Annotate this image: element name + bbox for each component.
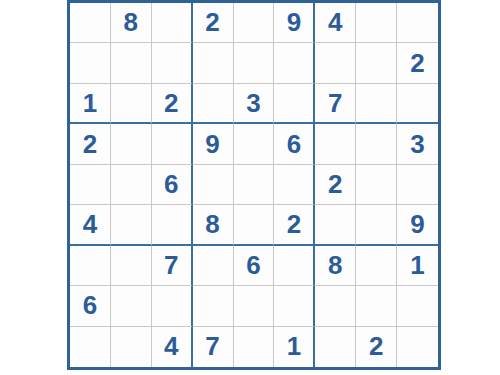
- cell-r6c2[interactable]: [111, 205, 152, 245]
- cell-r1c7[interactable]: 4: [315, 3, 356, 43]
- cell-r9c4[interactable]: 7: [193, 327, 234, 367]
- cell-r6c6[interactable]: 2: [274, 205, 315, 245]
- cell-r9c1[interactable]: [70, 327, 111, 367]
- cell-r7c3[interactable]: 7: [152, 246, 193, 286]
- cell-r6c1[interactable]: 4: [70, 205, 111, 245]
- cell-r3c4[interactable]: [193, 84, 234, 124]
- cell-r4c1[interactable]: 2: [70, 124, 111, 164]
- cell-r5c3[interactable]: 6: [152, 165, 193, 205]
- cell-r9c7[interactable]: [315, 327, 356, 367]
- sudoku-board: 8294212372963624829768164712: [67, 0, 441, 370]
- cell-r4c9[interactable]: 3: [397, 124, 438, 164]
- cell-r8c2[interactable]: [111, 286, 152, 326]
- sudoku-screen: 8294212372963624829768164712: [0, 0, 500, 375]
- cell-r8c4[interactable]: [193, 286, 234, 326]
- cell-r1c5[interactable]: [234, 3, 275, 43]
- cell-r4c5[interactable]: [234, 124, 275, 164]
- cell-r9c6[interactable]: 1: [274, 327, 315, 367]
- cell-r6c9[interactable]: 9: [397, 205, 438, 245]
- cell-r3c5[interactable]: 3: [234, 84, 275, 124]
- cell-r2c9[interactable]: 2: [397, 43, 438, 83]
- cell-r4c4[interactable]: 9: [193, 124, 234, 164]
- cell-r3c3[interactable]: 2: [152, 84, 193, 124]
- cell-r9c9[interactable]: [397, 327, 438, 367]
- cell-r1c4[interactable]: 2: [193, 3, 234, 43]
- cell-r8c7[interactable]: [315, 286, 356, 326]
- cell-r6c4[interactable]: 8: [193, 205, 234, 245]
- cell-r1c1[interactable]: [70, 3, 111, 43]
- cell-r2c5[interactable]: [234, 43, 275, 83]
- cell-r7c5[interactable]: 6: [234, 246, 275, 286]
- cell-r8c9[interactable]: [397, 286, 438, 326]
- cell-r7c7[interactable]: 8: [315, 246, 356, 286]
- cell-r9c3[interactable]: 4: [152, 327, 193, 367]
- cell-r5c6[interactable]: [274, 165, 315, 205]
- cell-r6c3[interactable]: [152, 205, 193, 245]
- cell-r7c9[interactable]: 1: [397, 246, 438, 286]
- cell-r1c8[interactable]: [356, 3, 397, 43]
- cell-r5c2[interactable]: [111, 165, 152, 205]
- cell-r3c1[interactable]: 1: [70, 84, 111, 124]
- cell-r2c6[interactable]: [274, 43, 315, 83]
- cell-r1c2[interactable]: 8: [111, 3, 152, 43]
- cell-r8c6[interactable]: [274, 286, 315, 326]
- cell-r7c2[interactable]: [111, 246, 152, 286]
- cell-r7c1[interactable]: [70, 246, 111, 286]
- cell-r1c9[interactable]: [397, 3, 438, 43]
- cell-r2c1[interactable]: [70, 43, 111, 83]
- cell-r4c6[interactable]: 6: [274, 124, 315, 164]
- cell-r3c6[interactable]: [274, 84, 315, 124]
- cell-r3c9[interactable]: [397, 84, 438, 124]
- cell-r3c2[interactable]: [111, 84, 152, 124]
- cell-r2c3[interactable]: [152, 43, 193, 83]
- cell-r5c8[interactable]: [356, 165, 397, 205]
- cell-r9c5[interactable]: [234, 327, 275, 367]
- cell-r2c8[interactable]: [356, 43, 397, 83]
- cell-r4c3[interactable]: [152, 124, 193, 164]
- cell-r5c7[interactable]: 2: [315, 165, 356, 205]
- cell-r5c4[interactable]: [193, 165, 234, 205]
- cell-r4c7[interactable]: [315, 124, 356, 164]
- cell-r8c5[interactable]: [234, 286, 275, 326]
- cell-r2c4[interactable]: [193, 43, 234, 83]
- cell-r5c5[interactable]: [234, 165, 275, 205]
- cell-r8c1[interactable]: 6: [70, 286, 111, 326]
- cell-r8c3[interactable]: [152, 286, 193, 326]
- cell-r7c8[interactable]: [356, 246, 397, 286]
- cell-r4c2[interactable]: [111, 124, 152, 164]
- cell-r1c3[interactable]: [152, 3, 193, 43]
- cell-r7c4[interactable]: [193, 246, 234, 286]
- cell-r9c8[interactable]: 2: [356, 327, 397, 367]
- cell-r6c5[interactable]: [234, 205, 275, 245]
- cell-r7c6[interactable]: [274, 246, 315, 286]
- cell-r9c2[interactable]: [111, 327, 152, 367]
- cell-r3c8[interactable]: [356, 84, 397, 124]
- cell-r6c8[interactable]: [356, 205, 397, 245]
- cell-r1c6[interactable]: 9: [274, 3, 315, 43]
- cell-r5c1[interactable]: [70, 165, 111, 205]
- cell-r6c7[interactable]: [315, 205, 356, 245]
- cell-r8c8[interactable]: [356, 286, 397, 326]
- cell-r2c7[interactable]: [315, 43, 356, 83]
- cell-r2c2[interactable]: [111, 43, 152, 83]
- cell-r5c9[interactable]: [397, 165, 438, 205]
- cell-r3c7[interactable]: 7: [315, 84, 356, 124]
- cell-r4c8[interactable]: [356, 124, 397, 164]
